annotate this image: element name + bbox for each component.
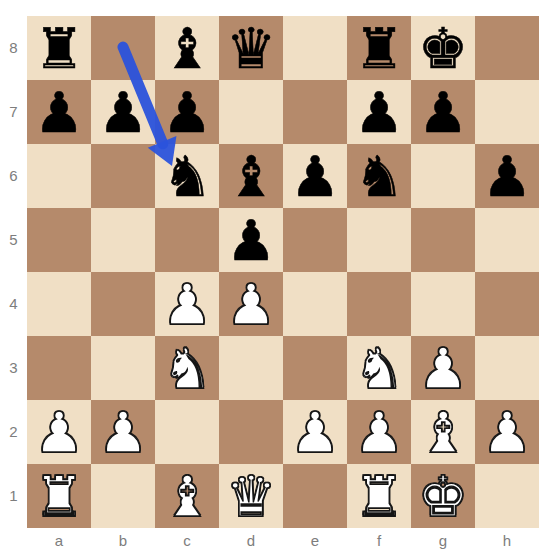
file-label-a: a [27, 528, 91, 554]
square-c2[interactable] [155, 400, 219, 464]
square-f4[interactable] [347, 272, 411, 336]
piece-white-pawn[interactable]: ♟ [219, 272, 283, 336]
square-b5[interactable] [91, 208, 155, 272]
piece-white-rook[interactable]: ♜ [27, 464, 91, 528]
piece-white-queen[interactable]: ♛ [219, 464, 283, 528]
piece-white-pawn[interactable]: ♟ [283, 400, 347, 464]
piece-black-knight[interactable]: ♞ [347, 144, 411, 208]
piece-black-king[interactable]: ♚ [411, 16, 475, 80]
square-f7[interactable]: ♟ [347, 80, 411, 144]
rank-label-8: 8 [0, 16, 27, 80]
square-f1[interactable]: ♜ [347, 464, 411, 528]
piece-white-pawn[interactable]: ♟ [475, 400, 539, 464]
square-f8[interactable]: ♜ [347, 16, 411, 80]
square-e3[interactable] [283, 336, 347, 400]
chess-board[interactable]: ♜♝♛♜♚♟♟♟♟♟♞♝♟♞♟♟♟♟♞♞♟♟♟♟♟♝♟♜♝♛♜♚ [27, 16, 539, 528]
square-b7[interactable]: ♟ [91, 80, 155, 144]
chess-board-diagram: 87654321 ♜♝♛♜♚♟♟♟♟♟♞♝♟♞♟♟♟♟♞♞♟♟♟♟♟♝♟♜♝♛♜… [0, 0, 552, 556]
piece-black-pawn[interactable]: ♟ [347, 80, 411, 144]
square-g4[interactable] [411, 272, 475, 336]
square-c3[interactable]: ♞ [155, 336, 219, 400]
piece-black-pawn[interactable]: ♟ [155, 80, 219, 144]
piece-black-queen[interactable]: ♛ [219, 16, 283, 80]
square-c7[interactable]: ♟ [155, 80, 219, 144]
piece-black-pawn[interactable]: ♟ [283, 144, 347, 208]
piece-black-rook[interactable]: ♜ [347, 16, 411, 80]
file-label-c: c [155, 528, 219, 554]
file-labels: abcdefgh [27, 528, 539, 556]
rank-label-4: 4 [0, 272, 27, 336]
square-g1[interactable]: ♚ [411, 464, 475, 528]
piece-white-pawn[interactable]: ♟ [91, 400, 155, 464]
square-f3[interactable]: ♞ [347, 336, 411, 400]
rank-label-2: 2 [0, 400, 27, 464]
square-h5[interactable] [475, 208, 539, 272]
square-a6[interactable] [27, 144, 91, 208]
file-label-b: b [91, 528, 155, 554]
square-g6[interactable] [411, 144, 475, 208]
square-g8[interactable]: ♚ [411, 16, 475, 80]
square-a8[interactable]: ♜ [27, 16, 91, 80]
piece-black-rook[interactable]: ♜ [27, 16, 91, 80]
square-b8[interactable] [91, 16, 155, 80]
piece-white-pawn[interactable]: ♟ [411, 336, 475, 400]
square-b6[interactable] [91, 144, 155, 208]
piece-black-pawn[interactable]: ♟ [219, 208, 283, 272]
square-a4[interactable] [27, 272, 91, 336]
piece-black-pawn[interactable]: ♟ [91, 80, 155, 144]
square-c4[interactable]: ♟ [155, 272, 219, 336]
piece-white-knight[interactable]: ♞ [155, 336, 219, 400]
piece-white-bishop[interactable]: ♝ [411, 400, 475, 464]
square-b1[interactable] [91, 464, 155, 528]
square-b2[interactable]: ♟ [91, 400, 155, 464]
square-f2[interactable]: ♟ [347, 400, 411, 464]
square-d1[interactable]: ♛ [219, 464, 283, 528]
square-a5[interactable] [27, 208, 91, 272]
square-d6[interactable]: ♝ [219, 144, 283, 208]
square-f6[interactable]: ♞ [347, 144, 411, 208]
piece-black-bishop[interactable]: ♝ [155, 16, 219, 80]
square-h7[interactable] [475, 80, 539, 144]
square-e4[interactable] [283, 272, 347, 336]
square-h3[interactable] [475, 336, 539, 400]
square-g5[interactable] [411, 208, 475, 272]
square-f5[interactable] [347, 208, 411, 272]
square-d7[interactable] [219, 80, 283, 144]
square-h1[interactable] [475, 464, 539, 528]
square-d3[interactable] [219, 336, 283, 400]
rank-label-5: 5 [0, 208, 27, 272]
square-d5[interactable]: ♟ [219, 208, 283, 272]
piece-black-pawn[interactable]: ♟ [27, 80, 91, 144]
square-g7[interactable]: ♟ [411, 80, 475, 144]
piece-black-pawn[interactable]: ♟ [411, 80, 475, 144]
square-e5[interactable] [283, 208, 347, 272]
square-a3[interactable] [27, 336, 91, 400]
file-label-g: g [411, 528, 475, 554]
piece-black-knight[interactable]: ♞ [155, 144, 219, 208]
file-label-d: d [219, 528, 283, 554]
square-c5[interactable] [155, 208, 219, 272]
square-e7[interactable] [283, 80, 347, 144]
square-h4[interactable] [475, 272, 539, 336]
rank-label-3: 3 [0, 336, 27, 400]
file-label-e: e [283, 528, 347, 554]
square-a7[interactable]: ♟ [27, 80, 91, 144]
rank-labels: 87654321 [0, 16, 27, 528]
square-c8[interactable]: ♝ [155, 16, 219, 80]
rank-label-7: 7 [0, 80, 27, 144]
square-h8[interactable] [475, 16, 539, 80]
piece-white-king[interactable]: ♚ [411, 464, 475, 528]
square-a1[interactable]: ♜ [27, 464, 91, 528]
piece-white-bishop[interactable]: ♝ [155, 464, 219, 528]
square-d8[interactable]: ♛ [219, 16, 283, 80]
square-e6[interactable]: ♟ [283, 144, 347, 208]
piece-white-pawn[interactable]: ♟ [155, 272, 219, 336]
piece-white-pawn[interactable]: ♟ [27, 400, 91, 464]
file-label-h: h [475, 528, 539, 554]
square-d2[interactable] [219, 400, 283, 464]
piece-black-bishop[interactable]: ♝ [219, 144, 283, 208]
piece-white-pawn[interactable]: ♟ [347, 400, 411, 464]
square-g3[interactable]: ♟ [411, 336, 475, 400]
rank-label-6: 6 [0, 144, 27, 208]
square-b3[interactable] [91, 336, 155, 400]
square-a2[interactable]: ♟ [27, 400, 91, 464]
square-e1[interactable] [283, 464, 347, 528]
square-b4[interactable] [91, 272, 155, 336]
square-h6[interactable]: ♟ [475, 144, 539, 208]
rank-label-1: 1 [0, 464, 27, 528]
piece-white-rook[interactable]: ♜ [347, 464, 411, 528]
square-h2[interactable]: ♟ [475, 400, 539, 464]
square-d4[interactable]: ♟ [219, 272, 283, 336]
square-e2[interactable]: ♟ [283, 400, 347, 464]
piece-black-pawn[interactable]: ♟ [475, 144, 539, 208]
file-label-f: f [347, 528, 411, 554]
square-c6[interactable]: ♞ [155, 144, 219, 208]
square-e8[interactable] [283, 16, 347, 80]
square-g2[interactable]: ♝ [411, 400, 475, 464]
piece-white-knight[interactable]: ♞ [347, 336, 411, 400]
square-c1[interactable]: ♝ [155, 464, 219, 528]
